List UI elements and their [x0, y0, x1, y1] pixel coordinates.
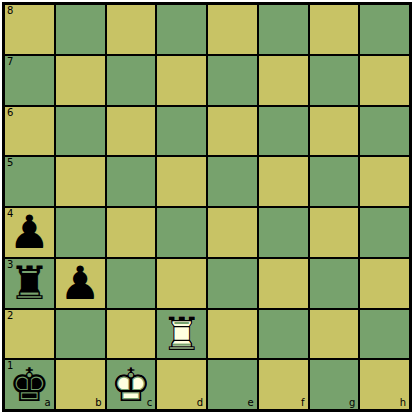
square-h3[interactable]: [360, 259, 409, 308]
square-a2[interactable]: 2: [5, 310, 54, 359]
square-f6[interactable]: [259, 107, 308, 156]
square-f3[interactable]: [259, 259, 308, 308]
square-b7[interactable]: [56, 56, 105, 105]
square-h5[interactable]: [360, 157, 409, 206]
square-b8[interactable]: [56, 5, 105, 54]
square-b5[interactable]: [56, 157, 105, 206]
square-e6[interactable]: [208, 107, 257, 156]
rank-label-7: 7: [7, 56, 13, 68]
square-d1[interactable]: d: [157, 360, 206, 409]
square-e1[interactable]: e: [208, 360, 257, 409]
rank-label-2: 2: [7, 310, 13, 322]
file-label-d: d: [197, 397, 203, 409]
square-b4[interactable]: [56, 208, 105, 257]
square-a5[interactable]: 5: [5, 157, 54, 206]
square-h8[interactable]: [360, 5, 409, 54]
square-d3[interactable]: [157, 259, 206, 308]
black-pawn[interactable]: ♟: [60, 260, 101, 306]
square-c6[interactable]: [107, 107, 156, 156]
square-e2[interactable]: [208, 310, 257, 359]
square-g3[interactable]: [310, 259, 359, 308]
file-label-c: c: [147, 397, 153, 409]
chess-board-frame: 87654♟3♜♟2♜♖1a♚bc♚♔defgh: [2, 2, 412, 412]
square-h1[interactable]: h: [360, 360, 409, 409]
square-g5[interactable]: [310, 157, 359, 206]
square-h6[interactable]: [360, 107, 409, 156]
rank-label-3: 3: [7, 259, 13, 271]
square-b1[interactable]: b: [56, 360, 105, 409]
square-g1[interactable]: g: [310, 360, 359, 409]
square-c1[interactable]: c♚♔: [107, 360, 156, 409]
square-g6[interactable]: [310, 107, 359, 156]
square-f5[interactable]: [259, 157, 308, 206]
square-h7[interactable]: [360, 56, 409, 105]
rank-label-1: 1: [7, 360, 13, 372]
square-h2[interactable]: [360, 310, 409, 359]
square-d2[interactable]: ♜♖: [157, 310, 206, 359]
square-d4[interactable]: [157, 208, 206, 257]
square-g2[interactable]: [310, 310, 359, 359]
chess-board: 87654♟3♜♟2♜♖1a♚bc♚♔defgh: [5, 5, 409, 409]
rank-label-5: 5: [7, 157, 13, 169]
square-e3[interactable]: [208, 259, 257, 308]
file-label-f: f: [301, 397, 305, 409]
black-pawn[interactable]: ♟: [9, 209, 50, 255]
square-g8[interactable]: [310, 5, 359, 54]
file-label-a: a: [45, 397, 51, 409]
square-c3[interactable]: [107, 259, 156, 308]
square-a4[interactable]: 4♟: [5, 208, 54, 257]
square-c4[interactable]: [107, 208, 156, 257]
square-f7[interactable]: [259, 56, 308, 105]
square-c7[interactable]: [107, 56, 156, 105]
black-rook[interactable]: ♜: [9, 260, 50, 306]
square-f4[interactable]: [259, 208, 308, 257]
square-a7[interactable]: 7: [5, 56, 54, 105]
square-d5[interactable]: [157, 157, 206, 206]
square-b6[interactable]: [56, 107, 105, 156]
square-b3[interactable]: ♟: [56, 259, 105, 308]
rank-label-8: 8: [7, 5, 13, 17]
file-label-b: b: [95, 397, 101, 409]
square-e5[interactable]: [208, 157, 257, 206]
square-c8[interactable]: [107, 5, 156, 54]
square-a3[interactable]: 3♜: [5, 259, 54, 308]
file-label-h: h: [400, 397, 406, 409]
square-a1[interactable]: 1a♚: [5, 360, 54, 409]
piece-outline-glyph: ♖: [161, 311, 202, 357]
square-f2[interactable]: [259, 310, 308, 359]
square-d8[interactable]: [157, 5, 206, 54]
white-rook[interactable]: ♜♖: [161, 311, 202, 357]
square-b2[interactable]: [56, 310, 105, 359]
file-label-g: g: [349, 397, 355, 409]
square-d7[interactable]: [157, 56, 206, 105]
square-e7[interactable]: [208, 56, 257, 105]
square-f8[interactable]: [259, 5, 308, 54]
rank-label-6: 6: [7, 107, 13, 119]
white-king[interactable]: ♚♔: [110, 362, 151, 408]
square-a6[interactable]: 6: [5, 107, 54, 156]
square-a8[interactable]: 8: [5, 5, 54, 54]
square-h4[interactable]: [360, 208, 409, 257]
square-c5[interactable]: [107, 157, 156, 206]
square-f1[interactable]: f: [259, 360, 308, 409]
square-g7[interactable]: [310, 56, 359, 105]
square-d6[interactable]: [157, 107, 206, 156]
square-c2[interactable]: [107, 310, 156, 359]
square-e8[interactable]: [208, 5, 257, 54]
file-label-e: e: [248, 397, 254, 409]
rank-label-4: 4: [7, 208, 13, 220]
piece-outline-glyph: ♔: [110, 362, 151, 408]
square-e4[interactable]: [208, 208, 257, 257]
square-g4[interactable]: [310, 208, 359, 257]
